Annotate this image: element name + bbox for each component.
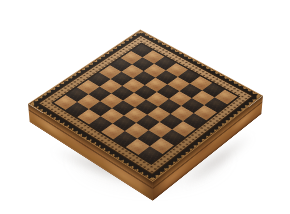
box-lid-top	[28, 30, 263, 183]
sawtooth-trim	[34, 33, 257, 178]
scene	[0, 0, 290, 214]
photo-background	[0, 0, 290, 214]
chessboard-box	[30, 47, 262, 200]
ornate-border-band	[38, 35, 253, 174]
